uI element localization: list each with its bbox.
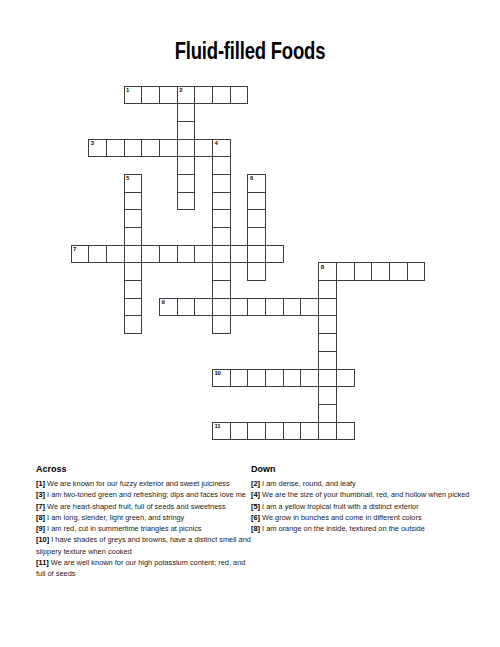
cell-number: 2 (179, 87, 182, 93)
cell-r13c10[interactable] (230, 298, 249, 317)
cell-r5c7[interactable] (177, 156, 196, 175)
clue-number: [4] (251, 490, 260, 499)
page-title: Fluid-filled Foods (0, 37, 500, 66)
cell-r10c6[interactable] (159, 245, 178, 264)
cell-r1c4[interactable]: 1 (124, 86, 143, 105)
cell-r12c4[interactable] (124, 280, 143, 299)
clue-number: [1] (36, 479, 45, 488)
cell-r14c15[interactable] (318, 315, 337, 334)
cell-r7c11[interactable] (247, 192, 266, 211)
cell-r13c4[interactable] (124, 298, 143, 317)
clue-item-8: [8] I am long, slender, light green, and… (36, 512, 255, 523)
cell-r8c9[interactable] (212, 209, 231, 228)
cell-r12c15[interactable] (318, 280, 337, 299)
cell-r10c7[interactable] (177, 245, 196, 264)
cell-r10c11[interactable] (247, 245, 266, 264)
cell-r20c10[interactable] (230, 422, 249, 441)
clue-number: [11] (36, 558, 49, 567)
cell-r4c3[interactable] (106, 139, 125, 158)
cell-r11c11[interactable] (247, 262, 266, 281)
cell-r16c15[interactable] (318, 351, 337, 370)
cell-r10c10[interactable] (230, 245, 249, 264)
cell-number: 5 (126, 175, 129, 181)
cell-r4c4[interactable] (124, 139, 143, 158)
cell-r1c6[interactable] (159, 86, 178, 105)
cell-r1c10[interactable] (230, 86, 249, 105)
cell-r4c9[interactable]: 4 (212, 139, 231, 158)
cell-r13c9[interactable] (212, 298, 231, 317)
cell-r14c9[interactable] (212, 315, 231, 334)
cell-r17c9[interactable]: 10 (212, 369, 231, 388)
cell-r1c8[interactable] (194, 86, 213, 105)
cell-r4c2[interactable]: 3 (88, 139, 107, 158)
clue-item-5: [5] I am a yellow tropical fruit with a … (251, 501, 470, 512)
cell-r9c4[interactable] (124, 227, 143, 246)
cell-r11c4[interactable] (124, 262, 143, 281)
cell-r11c15[interactable]: 8 (318, 262, 337, 281)
cell-r17c11[interactable] (247, 369, 266, 388)
cell-r17c12[interactable] (265, 369, 284, 388)
clue-item-3: [3] I am two-toned green and refreshing;… (36, 489, 255, 500)
cell-r5c9[interactable] (212, 156, 231, 175)
cell-r17c15[interactable] (318, 369, 337, 388)
across-clue-list: [1] We are known for our fuzzy exterior … (36, 478, 255, 580)
cell-r13c13[interactable] (283, 298, 302, 317)
clue-item-10: [10] I have shades of greys and browns, … (36, 534, 255, 557)
clue-number: [3] (36, 490, 45, 499)
cell-r17c16[interactable] (336, 369, 355, 388)
cell-r11c20[interactable] (407, 262, 426, 281)
cell-r4c7[interactable] (177, 139, 196, 158)
clue-number: [8] (251, 524, 260, 533)
cell-r2c7[interactable] (177, 103, 196, 122)
cell-r17c10[interactable] (230, 369, 249, 388)
cell-r6c11[interactable]: 6 (247, 174, 266, 193)
cell-r1c9[interactable] (212, 86, 231, 105)
cell-r10c12[interactable] (265, 245, 284, 264)
clue-number: [5] (251, 502, 260, 511)
cell-r11c18[interactable] (371, 262, 390, 281)
cell-r20c16[interactable] (336, 422, 355, 441)
clue-item-7: [7] We are heart-shaped fruit, full of s… (36, 501, 255, 512)
cell-r1c7[interactable]: 2 (177, 86, 196, 105)
cell-r10c4[interactable] (124, 245, 143, 264)
cell-r13c8[interactable] (194, 298, 213, 317)
clue-number: [6] (251, 513, 260, 522)
cell-number: 10 (215, 370, 221, 376)
clue-item-9: [9] I am red, cut in summertime triangle… (36, 523, 255, 534)
cell-r4c5[interactable] (141, 139, 160, 158)
cell-r13c11[interactable] (247, 298, 266, 317)
clue-item-4: [4] We are the size of your thumbnail, r… (251, 489, 470, 500)
cell-r4c6[interactable] (159, 139, 178, 158)
cell-number: 7 (73, 246, 76, 252)
down-clue-list: [2] I am dense, round, and leafy[4] We a… (251, 478, 470, 534)
clue-item-2: [2] I am dense, round, and leafy (251, 478, 470, 489)
cell-r17c14[interactable] (300, 369, 319, 388)
cell-r8c4[interactable] (124, 209, 143, 228)
cell-number: 3 (91, 140, 94, 146)
cell-r13c12[interactable] (265, 298, 284, 317)
down-clues-section: Down [2] I am dense, round, and leafy[4]… (251, 463, 470, 534)
clue-number: [10] (36, 535, 49, 544)
cell-number: 4 (215, 140, 218, 146)
cell-r1c5[interactable] (141, 86, 160, 105)
cell-number: 9 (161, 299, 164, 305)
cell-r17c13[interactable] (283, 369, 302, 388)
cell-r13c15[interactable] (318, 298, 337, 317)
cell-r7c9[interactable] (212, 192, 231, 211)
clue-item-6: [6] We grow in bunches and come in diffe… (251, 512, 470, 523)
cell-r7c7[interactable] (177, 192, 196, 211)
cell-r11c17[interactable] (354, 262, 373, 281)
cell-r6c4[interactable]: 5 (124, 174, 143, 193)
cell-r10c8[interactable] (194, 245, 213, 264)
cell-r10c2[interactable] (88, 245, 107, 264)
cell-r4c8[interactable] (194, 139, 213, 158)
cell-r10c1[interactable]: 7 (71, 245, 90, 264)
cell-r11c16[interactable] (336, 262, 355, 281)
cell-r6c7[interactable] (177, 174, 196, 193)
clue-number: [9] (36, 524, 45, 533)
cell-r3c7[interactable] (177, 121, 196, 140)
cell-number: 6 (250, 175, 253, 181)
cell-r20c14[interactable] (300, 422, 319, 441)
cell-number: 11 (215, 423, 221, 429)
clue-number: [7] (36, 502, 45, 511)
clue-number: [2] (251, 479, 260, 488)
cell-r13c6[interactable]: 9 (159, 298, 178, 317)
cell-r14c4[interactable] (124, 315, 143, 334)
cell-r7c4[interactable] (124, 192, 143, 211)
cell-r10c9[interactable] (212, 245, 231, 264)
cell-r9c9[interactable] (212, 227, 231, 246)
cell-r10c3[interactable] (106, 245, 125, 264)
across-header: Across (36, 463, 255, 475)
cell-r13c14[interactable] (300, 298, 319, 317)
cell-r18c15[interactable] (318, 386, 337, 405)
cell-r20c9[interactable]: 11 (212, 422, 231, 441)
cell-r9c11[interactable] (247, 227, 266, 246)
cell-r11c9[interactable] (212, 262, 231, 281)
cell-number: 8 (321, 264, 324, 270)
cell-r15c15[interactable] (318, 333, 337, 352)
down-header: Down (251, 463, 470, 475)
cell-r12c9[interactable] (212, 280, 231, 299)
cell-r13c7[interactable] (177, 298, 196, 317)
clue-item-1: [1] We are known for our fuzzy exterior … (36, 478, 255, 489)
clue-item-8: [8] I am orange on the inside, textured … (251, 523, 470, 534)
clue-number: [8] (36, 513, 45, 522)
cell-r20c13[interactable] (283, 422, 302, 441)
across-clues-section: Across [1] We are known for our fuzzy ex… (36, 463, 255, 580)
crossword-board: 1234567891011 (71, 86, 425, 440)
cell-r6c9[interactable] (212, 174, 231, 193)
cell-r19c15[interactable] (318, 404, 337, 423)
cell-r10c5[interactable] (141, 245, 160, 264)
cell-r8c11[interactable] (247, 209, 266, 228)
clue-item-11: [11] We are well known for our high pota… (36, 557, 255, 580)
cell-r20c11[interactable] (247, 422, 266, 441)
cell-r20c15[interactable] (318, 422, 337, 441)
cell-number: 1 (126, 87, 129, 93)
cell-r11c19[interactable] (389, 262, 408, 281)
cell-r20c12[interactable] (265, 422, 284, 441)
